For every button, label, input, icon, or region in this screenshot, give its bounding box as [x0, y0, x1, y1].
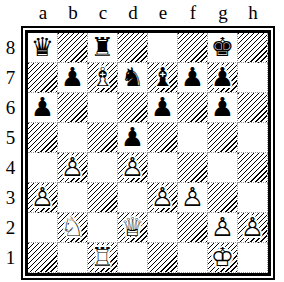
black-pawn: ♟ [28, 93, 57, 122]
black-bishop: ♝ [148, 63, 177, 92]
square-b4[interactable]: ♟♙ [58, 153, 88, 183]
square-f8[interactable] [178, 33, 208, 63]
black-pawn: ♟ [208, 63, 237, 92]
square-c4[interactable] [88, 153, 118, 183]
square-h6[interactable] [238, 93, 268, 123]
chess-board: ♛♛♜♜♚♚♟♟♝♗♞♞♝♝♟♟♟♟♟♟♟♟♟♟♟♟♟♙♟♙♟♙♟♙♟♙♞♘♛♕… [28, 33, 268, 273]
square-h8[interactable] [238, 33, 268, 63]
square-h2[interactable]: ♟♙ [238, 213, 268, 243]
square-g7[interactable]: ♟♟ [208, 63, 238, 93]
square-e8[interactable] [148, 33, 178, 63]
square-e3[interactable]: ♟♙ [148, 183, 178, 213]
square-h4[interactable] [238, 153, 268, 183]
square-b6[interactable] [58, 93, 88, 123]
white-king: ♔ [208, 243, 237, 272]
square-a7[interactable] [28, 63, 58, 93]
square-g5[interactable] [208, 123, 238, 153]
square-e7[interactable]: ♝♝ [148, 63, 178, 93]
square-h7[interactable] [238, 63, 268, 93]
square-g3[interactable] [208, 183, 238, 213]
square-c7[interactable]: ♝♗ [88, 63, 118, 93]
file-labels-row: a b c d e f g h [0, 0, 268, 26]
black-queen: ♛ [28, 33, 57, 62]
rank-label-5: 5 [0, 123, 21, 153]
file-label-f: f [178, 0, 208, 26]
board-frame: ♛♛♜♜♚♚♟♟♝♗♞♞♝♝♟♟♟♟♟♟♟♟♟♟♟♟♟♙♟♙♟♙♟♙♟♙♞♘♛♕… [21, 26, 275, 280]
square-e4[interactable] [148, 153, 178, 183]
square-f5[interactable] [178, 123, 208, 153]
square-d4[interactable]: ♟♙ [118, 153, 148, 183]
black-king: ♚ [208, 33, 237, 62]
square-b2[interactable]: ♞♘ [58, 213, 88, 243]
rank-label-8: 8 [0, 33, 21, 63]
square-h1[interactable] [238, 243, 268, 273]
square-c6[interactable] [88, 93, 118, 123]
square-b3[interactable] [58, 183, 88, 213]
square-f2[interactable] [178, 213, 208, 243]
rank-label-7: 7 [0, 63, 21, 93]
file-label-h: h [238, 0, 268, 26]
square-a2[interactable] [28, 213, 58, 243]
black-pawn: ♟ [178, 63, 207, 92]
square-d7[interactable]: ♞♞ [118, 63, 148, 93]
rank-label-4: 4 [0, 153, 21, 183]
square-a4[interactable] [28, 153, 58, 183]
white-pawn: ♙ [118, 153, 147, 182]
square-a5[interactable] [28, 123, 58, 153]
square-f3[interactable]: ♟♙ [178, 183, 208, 213]
square-b7[interactable]: ♟♟ [58, 63, 88, 93]
rank-label-2: 2 [0, 213, 21, 243]
square-c1[interactable]: ♜♖ [88, 243, 118, 273]
white-pawn: ♙ [148, 183, 177, 212]
square-h3[interactable] [238, 183, 268, 213]
square-c3[interactable] [88, 183, 118, 213]
black-knight: ♞ [118, 63, 147, 92]
square-f6[interactable] [178, 93, 208, 123]
square-g8[interactable]: ♚♚ [208, 33, 238, 63]
file-label-a: a [28, 0, 58, 26]
square-g4[interactable] [208, 153, 238, 183]
black-rook: ♜ [88, 33, 117, 62]
square-d1[interactable] [118, 243, 148, 273]
rank-label-3: 3 [0, 183, 21, 213]
white-pawn: ♙ [28, 183, 57, 212]
square-a6[interactable]: ♟♟ [28, 93, 58, 123]
square-c8[interactable]: ♜♜ [88, 33, 118, 63]
square-d6[interactable] [118, 93, 148, 123]
rank-label-6: 6 [0, 93, 21, 123]
white-bishop: ♗ [88, 63, 117, 92]
square-f4[interactable] [178, 153, 208, 183]
white-pawn: ♙ [208, 213, 237, 242]
square-e5[interactable] [148, 123, 178, 153]
white-pawn: ♙ [178, 183, 207, 212]
square-f1[interactable] [178, 243, 208, 273]
black-pawn: ♟ [208, 93, 237, 122]
corner-spacer [0, 0, 28, 26]
rank-labels-column: 8 7 6 5 4 3 2 1 [0, 26, 21, 280]
square-e6[interactable]: ♟♟ [148, 93, 178, 123]
white-rook: ♖ [88, 243, 117, 272]
square-g1[interactable]: ♚♔ [208, 243, 238, 273]
black-pawn: ♟ [148, 93, 177, 122]
square-e2[interactable] [148, 213, 178, 243]
white-knight: ♘ [58, 213, 87, 242]
file-label-d: d [118, 0, 148, 26]
square-b8[interactable] [58, 33, 88, 63]
square-c2[interactable] [88, 213, 118, 243]
white-pawn: ♙ [238, 213, 267, 242]
white-pawn: ♙ [58, 153, 87, 182]
chess-diagram: a b c d e f g h 8 7 6 5 4 3 2 1 ♛♛♜♜♚♚♟♟… [0, 0, 284, 282]
rank-label-1: 1 [0, 243, 21, 273]
square-a3[interactable]: ♟♙ [28, 183, 58, 213]
file-label-c: c [88, 0, 118, 26]
square-f7[interactable]: ♟♟ [178, 63, 208, 93]
file-label-g: g [208, 0, 238, 26]
square-d3[interactable] [118, 183, 148, 213]
square-c5[interactable] [88, 123, 118, 153]
square-d2[interactable]: ♛♕ [118, 213, 148, 243]
square-d8[interactable] [118, 33, 148, 63]
square-d5[interactable]: ♟♟ [118, 123, 148, 153]
square-g2[interactable]: ♟♙ [208, 213, 238, 243]
square-a8[interactable]: ♛♛ [28, 33, 58, 63]
square-h5[interactable] [238, 123, 268, 153]
file-label-e: e [148, 0, 178, 26]
square-g6[interactable]: ♟♟ [208, 93, 238, 123]
black-pawn: ♟ [58, 63, 87, 92]
square-e1[interactable] [148, 243, 178, 273]
square-a1[interactable] [28, 243, 58, 273]
file-label-b: b [58, 0, 88, 26]
square-b5[interactable] [58, 123, 88, 153]
square-b1[interactable] [58, 243, 88, 273]
black-pawn: ♟ [118, 123, 147, 152]
board-border: ♛♛♜♜♚♚♟♟♝♗♞♞♝♝♟♟♟♟♟♟♟♟♟♟♟♟♟♙♟♙♟♙♟♙♟♙♞♘♛♕… [25, 30, 271, 276]
white-queen: ♕ [118, 213, 147, 242]
